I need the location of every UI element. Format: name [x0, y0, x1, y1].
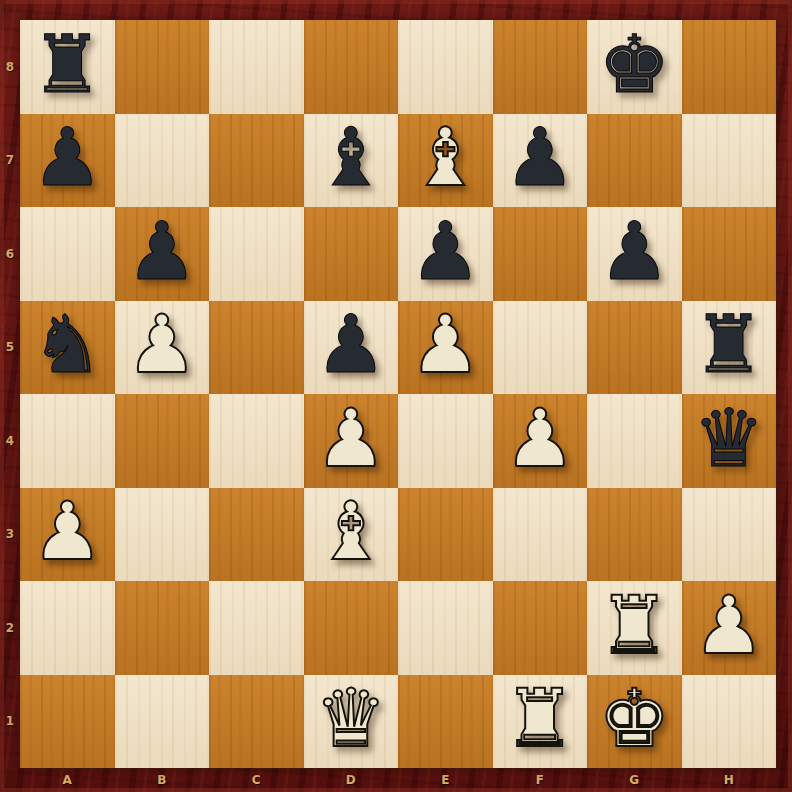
square-d8[interactable]: [304, 20, 399, 114]
square-h2[interactable]: ♟: [682, 581, 777, 675]
square-e5[interactable]: ♟: [398, 301, 493, 395]
square-a3[interactable]: ♟: [20, 488, 115, 582]
piece-black-pawn: ♟: [126, 212, 198, 292]
square-b5[interactable]: ♟: [115, 301, 210, 395]
square-g4[interactable]: [587, 394, 682, 488]
chess-board: ♜♚♟♝♝♟♟♟♟♞♟♟♟♜♟♟♛♟♝♜♟♛♜♚: [20, 20, 776, 768]
piece-white-pawn: ♟: [409, 305, 481, 385]
square-c1[interactable]: [209, 675, 304, 769]
square-c4[interactable]: [209, 394, 304, 488]
file-labels: ABCDEFGH: [20, 768, 776, 792]
square-f6[interactable]: [493, 207, 588, 301]
chess-board-frame: 87654321 ABCDEFGH ♜♚♟♝♝♟♟♟♟♞♟♟♟♜♟♟♛♟♝♜♟♛…: [0, 0, 792, 792]
square-e7[interactable]: ♝: [398, 114, 493, 208]
file-label-a: A: [20, 768, 115, 792]
piece-white-rook: ♜: [598, 586, 670, 666]
square-b2[interactable]: [115, 581, 210, 675]
square-h6[interactable]: [682, 207, 777, 301]
file-label-c: C: [209, 768, 304, 792]
piece-white-rook: ♜: [504, 679, 576, 759]
square-c3[interactable]: [209, 488, 304, 582]
rank-label-4: 4: [0, 394, 20, 488]
square-b8[interactable]: [115, 20, 210, 114]
square-a8[interactable]: ♜: [20, 20, 115, 114]
square-d2[interactable]: [304, 581, 399, 675]
piece-white-pawn: ♟: [315, 399, 387, 479]
square-e1[interactable]: [398, 675, 493, 769]
square-g7[interactable]: [587, 114, 682, 208]
square-c2[interactable]: [209, 581, 304, 675]
file-label-f: F: [493, 768, 588, 792]
square-c7[interactable]: [209, 114, 304, 208]
square-e3[interactable]: [398, 488, 493, 582]
square-g6[interactable]: ♟: [587, 207, 682, 301]
square-g3[interactable]: [587, 488, 682, 582]
square-b1[interactable]: [115, 675, 210, 769]
piece-black-rook: ♜: [693, 305, 765, 385]
square-d4[interactable]: ♟: [304, 394, 399, 488]
rank-label-1: 1: [0, 675, 20, 769]
file-label-h: H: [682, 768, 777, 792]
square-a2[interactable]: [20, 581, 115, 675]
piece-black-king: ♚: [598, 25, 670, 105]
piece-black-queen: ♛: [693, 399, 765, 479]
square-b6[interactable]: ♟: [115, 207, 210, 301]
piece-white-king: ♚: [598, 679, 670, 759]
rank-label-3: 3: [0, 488, 20, 582]
square-f8[interactable]: [493, 20, 588, 114]
square-b3[interactable]: [115, 488, 210, 582]
square-d1[interactable]: ♛: [304, 675, 399, 769]
square-g5[interactable]: [587, 301, 682, 395]
square-e2[interactable]: [398, 581, 493, 675]
square-f7[interactable]: ♟: [493, 114, 588, 208]
square-a1[interactable]: [20, 675, 115, 769]
file-label-g: G: [587, 768, 682, 792]
square-c6[interactable]: [209, 207, 304, 301]
square-f2[interactable]: [493, 581, 588, 675]
square-c8[interactable]: [209, 20, 304, 114]
piece-black-knight: ♞: [31, 305, 103, 385]
square-h4[interactable]: ♛: [682, 394, 777, 488]
file-label-d: D: [304, 768, 399, 792]
piece-white-pawn: ♟: [31, 492, 103, 572]
square-a6[interactable]: [20, 207, 115, 301]
square-a7[interactable]: ♟: [20, 114, 115, 208]
square-c5[interactable]: [209, 301, 304, 395]
piece-white-pawn: ♟: [693, 586, 765, 666]
square-a4[interactable]: [20, 394, 115, 488]
file-label-e: E: [398, 768, 493, 792]
piece-white-bishop: ♝: [409, 118, 481, 198]
square-f5[interactable]: [493, 301, 588, 395]
square-a5[interactable]: ♞: [20, 301, 115, 395]
square-e6[interactable]: ♟: [398, 207, 493, 301]
rank-label-7: 7: [0, 114, 20, 208]
square-e8[interactable]: [398, 20, 493, 114]
rank-labels: 87654321: [0, 20, 20, 768]
square-b7[interactable]: [115, 114, 210, 208]
square-h1[interactable]: [682, 675, 777, 769]
rank-label-5: 5: [0, 301, 20, 395]
square-h8[interactable]: [682, 20, 777, 114]
square-g1[interactable]: ♚: [587, 675, 682, 769]
piece-black-bishop: ♝: [315, 118, 387, 198]
piece-black-pawn: ♟: [315, 305, 387, 385]
square-f1[interactable]: ♜: [493, 675, 588, 769]
piece-white-pawn: ♟: [126, 305, 198, 385]
square-b4[interactable]: [115, 394, 210, 488]
piece-black-pawn: ♟: [598, 212, 670, 292]
square-h5[interactable]: ♜: [682, 301, 777, 395]
piece-black-pawn: ♟: [31, 118, 103, 198]
piece-white-queen: ♛: [315, 679, 387, 759]
piece-white-pawn: ♟: [504, 399, 576, 479]
file-label-b: B: [115, 768, 210, 792]
square-d5[interactable]: ♟: [304, 301, 399, 395]
square-d3[interactable]: ♝: [304, 488, 399, 582]
rank-label-6: 6: [0, 207, 20, 301]
piece-black-pawn: ♟: [409, 212, 481, 292]
piece-black-pawn: ♟: [504, 118, 576, 198]
square-d7[interactable]: ♝: [304, 114, 399, 208]
piece-black-rook: ♜: [31, 25, 103, 105]
square-g2[interactable]: ♜: [587, 581, 682, 675]
square-h3[interactable]: [682, 488, 777, 582]
rank-label-2: 2: [0, 581, 20, 675]
square-d6[interactable]: [304, 207, 399, 301]
square-e4[interactable]: [398, 394, 493, 488]
square-h7[interactable]: [682, 114, 777, 208]
piece-white-bishop: ♝: [315, 492, 387, 572]
square-f3[interactable]: [493, 488, 588, 582]
square-g8[interactable]: ♚: [587, 20, 682, 114]
square-f4[interactable]: ♟: [493, 394, 588, 488]
rank-label-8: 8: [0, 20, 20, 114]
